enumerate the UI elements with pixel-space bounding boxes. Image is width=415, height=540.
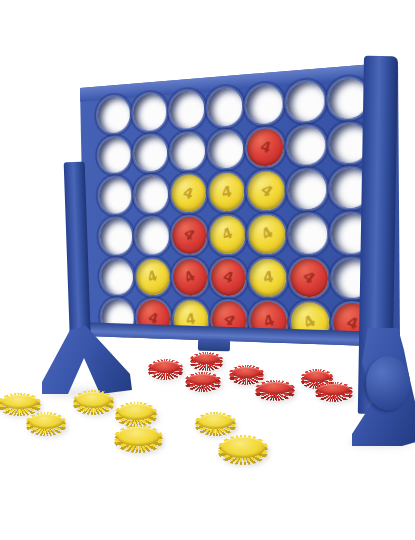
loose-red-disc-7	[315, 382, 353, 399]
loose-red-disc-4	[229, 365, 264, 382]
disc-body	[193, 354, 220, 364]
loose-discs-layer	[0, 0, 415, 540]
disc-body	[1, 395, 38, 409]
scene: 444444444444444444	[0, 0, 415, 540]
loose-red-disc-2	[190, 352, 223, 368]
loose-yellow-disc-1	[0, 393, 41, 413]
loose-yellow-disc-7	[218, 435, 268, 462]
disc-body	[232, 367, 261, 378]
disc-body	[29, 414, 63, 429]
loose-red-disc-1	[148, 359, 183, 377]
disc-body	[221, 437, 265, 458]
disc-body	[118, 404, 154, 420]
loose-red-disc-5	[255, 380, 295, 398]
disc-body	[258, 382, 292, 394]
loose-yellow-disc-4	[115, 402, 157, 424]
loose-yellow-disc-6	[195, 412, 236, 433]
disc-body	[151, 361, 180, 373]
disc-body	[188, 374, 218, 385]
disc-body	[198, 414, 233, 429]
loose-red-disc-3	[185, 372, 221, 389]
loose-yellow-disc-2	[26, 412, 66, 433]
disc-body	[117, 427, 160, 446]
disc-body	[76, 392, 111, 408]
disc-body	[304, 371, 330, 382]
loose-yellow-disc-3	[73, 390, 114, 412]
loose-yellow-disc-5	[114, 425, 163, 450]
disc-body	[318, 384, 350, 395]
